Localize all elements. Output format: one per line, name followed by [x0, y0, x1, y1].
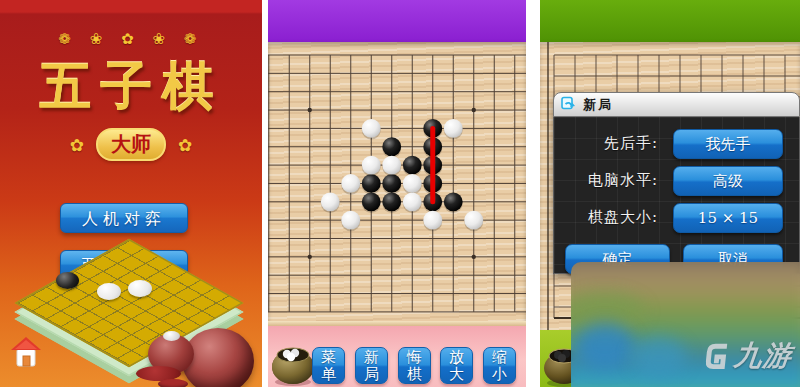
stone-white — [321, 192, 340, 211]
stone-black — [382, 137, 401, 156]
home-button[interactable] — [11, 336, 41, 370]
watermark: 九游 — [702, 337, 794, 375]
stone-black — [403, 156, 422, 175]
stone-white — [444, 119, 463, 138]
computer-level-button[interactable]: 高级 — [673, 166, 783, 196]
decor-stone-white — [97, 283, 121, 300]
dialog-title-bar: 新局 — [553, 92, 800, 117]
blur-blob — [631, 337, 687, 377]
home-icon — [11, 337, 41, 366]
stone-black — [382, 192, 401, 211]
white-stone-bowl — [270, 342, 316, 386]
dialog-row-board-size: 棋盘大小:15 × 15 — [554, 200, 799, 237]
stone-black — [444, 192, 463, 211]
dialog-row-first-move: 先后手:我先手 — [554, 126, 799, 163]
blur-blob — [575, 323, 635, 369]
stone-black — [382, 174, 401, 193]
top-color-band — [540, 0, 800, 42]
stone-black — [362, 174, 381, 193]
board-grid-and-stones — [268, 42, 526, 326]
first-move-label: 先后手: — [554, 126, 658, 163]
screenshot-root: ❁ ❀ ✿ ❀ ❁ 五子棋 ✿ 大师 ✿ 人机对弈两人对弈联机对弈 — [0, 0, 800, 387]
stone-black — [362, 192, 381, 211]
stone-white — [403, 192, 422, 211]
panel-game-in-progress: 菜 单新 局悔 棋放 大缩 小 — [268, 0, 526, 387]
badge-right-ornament-icon: ✿ — [178, 135, 192, 155]
dialog-body: 先后手:我先手电脑水平:高级棋盘大小:15 × 15 确定 取消 — [553, 117, 800, 274]
gold-filigree-ornament: ❁ ❀ ✿ ❀ ❁ — [0, 30, 262, 48]
panel-title-screen: ❁ ❀ ✿ ❀ ❁ 五子棋 ✿ 大师 ✿ 人机对弈两人对弈联机对弈 — [0, 0, 262, 387]
stone-white — [423, 211, 442, 230]
stone-white — [341, 211, 360, 230]
blurred-region: 九游 — [571, 262, 800, 387]
stone-white — [362, 119, 381, 138]
decor-stone-black — [56, 272, 79, 289]
toolbar-button-menu[interactable]: 菜 单 — [312, 347, 345, 384]
master-badge: 大师 — [96, 128, 166, 161]
stone-white — [464, 211, 483, 230]
top-color-band — [268, 0, 526, 42]
watermark-text: 九游 — [732, 337, 794, 375]
app-title: 五子棋 — [0, 52, 262, 122]
badge-left-ornament-icon: ✿ — [70, 135, 84, 155]
dialog-row-computer-level: 电脑水平:高级 — [554, 163, 799, 200]
master-badge-row: ✿ 大师 ✿ — [0, 128, 262, 161]
dialog-title: 新局 — [583, 96, 613, 114]
first-move-button[interactable]: 我先手 — [673, 129, 783, 159]
stone-white — [403, 174, 422, 193]
new-game-dialog-icon — [560, 96, 577, 113]
menu-button-human-vs-computer[interactable]: 人机对弈 — [60, 203, 188, 233]
toolbar-button-zoom-out[interactable]: 缩 小 — [483, 347, 516, 384]
white-stone-on-bowl — [163, 331, 180, 341]
stone-white — [362, 156, 381, 175]
new-game-dialog: 新局 先后手:我先手电脑水平:高级棋盘大小:15 × 15 确定 取消 — [553, 92, 800, 274]
computer-level-label: 电脑水平: — [554, 163, 658, 200]
toolbar-button-new-game[interactable]: 新 局 — [355, 347, 388, 384]
decor-stone-white — [128, 280, 152, 297]
gomoku-board[interactable] — [268, 42, 526, 326]
bowl-lid-chip — [158, 379, 188, 387]
board-size-label: 棋盘大小: — [554, 200, 658, 237]
stone-white — [382, 156, 401, 175]
stone-white — [341, 174, 360, 193]
toolbar-button-undo[interactable]: 悔 棋 — [398, 347, 431, 384]
board-size-button[interactable]: 15 × 15 — [673, 203, 783, 233]
toolbar-button-zoom-in[interactable]: 放 大 — [440, 347, 473, 384]
panel-new-game-dialog: 新局 先后手:我先手电脑水平:高级棋盘大小:15 × 15 确定 取消 九游 — [540, 0, 800, 387]
9game-logo-icon — [702, 340, 731, 372]
